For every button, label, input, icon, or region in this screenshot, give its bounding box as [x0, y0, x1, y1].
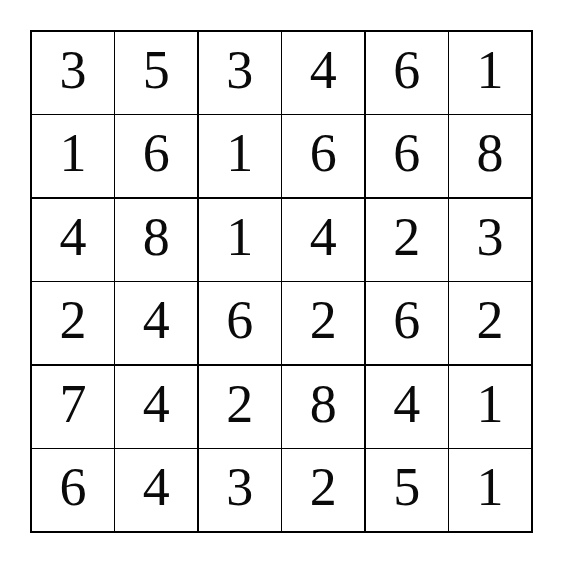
grid-cell-r6c5[interactable]: 5	[366, 449, 448, 531]
grid-cell-r3c4[interactable]: 4	[282, 199, 364, 281]
grid-cell-r4c6[interactable]: 2	[449, 282, 531, 364]
grid-cell-r4c1[interactable]: 2	[32, 282, 114, 364]
grid-cell-r5c5[interactable]: 4	[366, 366, 448, 448]
grid-cell-r2c2[interactable]: 6	[115, 115, 197, 197]
grid-cell-r5c3[interactable]: 2	[199, 366, 281, 448]
grid-cell-r3c6[interactable]: 3	[449, 199, 531, 281]
grid-cell-r5c6[interactable]: 1	[449, 366, 531, 448]
grid-cell-r1c4[interactable]: 4	[282, 32, 364, 114]
grid-cell-r3c1[interactable]: 4	[32, 199, 114, 281]
grid-cell-r3c3[interactable]: 1	[199, 199, 281, 281]
grid-cell-r6c6[interactable]: 1	[449, 449, 531, 531]
number-grid: 353461161668481423246262742841643251	[30, 30, 533, 533]
grid-cell-r6c2[interactable]: 4	[115, 449, 197, 531]
grid-cell-r4c2[interactable]: 4	[115, 282, 197, 364]
grid-cell-r4c5[interactable]: 6	[366, 282, 448, 364]
grid-cell-r4c3[interactable]: 6	[199, 282, 281, 364]
grid-cell-r6c1[interactable]: 6	[32, 449, 114, 531]
grid-cell-r2c5[interactable]: 6	[366, 115, 448, 197]
grid-cell-r1c6[interactable]: 1	[449, 32, 531, 114]
grid-cell-r2c3[interactable]: 1	[199, 115, 281, 197]
grid-cell-r2c6[interactable]: 8	[449, 115, 531, 197]
grid-cell-r5c1[interactable]: 7	[32, 366, 114, 448]
grid-cell-r2c4[interactable]: 6	[282, 115, 364, 197]
grid-cell-r4c4[interactable]: 2	[282, 282, 364, 364]
grid-cell-r5c4[interactable]: 8	[282, 366, 364, 448]
grid-cell-r6c3[interactable]: 3	[199, 449, 281, 531]
grid-cell-r1c1[interactable]: 3	[32, 32, 114, 114]
puzzle-board: 353461161668481423246262742841643251	[30, 30, 533, 533]
grid-cell-r5c2[interactable]: 4	[115, 366, 197, 448]
grid-cell-r1c2[interactable]: 5	[115, 32, 197, 114]
grid-cell-r3c5[interactable]: 2	[366, 199, 448, 281]
grid-cell-r2c1[interactable]: 1	[32, 115, 114, 197]
grid-cell-r1c3[interactable]: 3	[199, 32, 281, 114]
grid-cell-r3c2[interactable]: 8	[115, 199, 197, 281]
grid-cell-r1c5[interactable]: 6	[366, 32, 448, 114]
grid-cell-r6c4[interactable]: 2	[282, 449, 364, 531]
